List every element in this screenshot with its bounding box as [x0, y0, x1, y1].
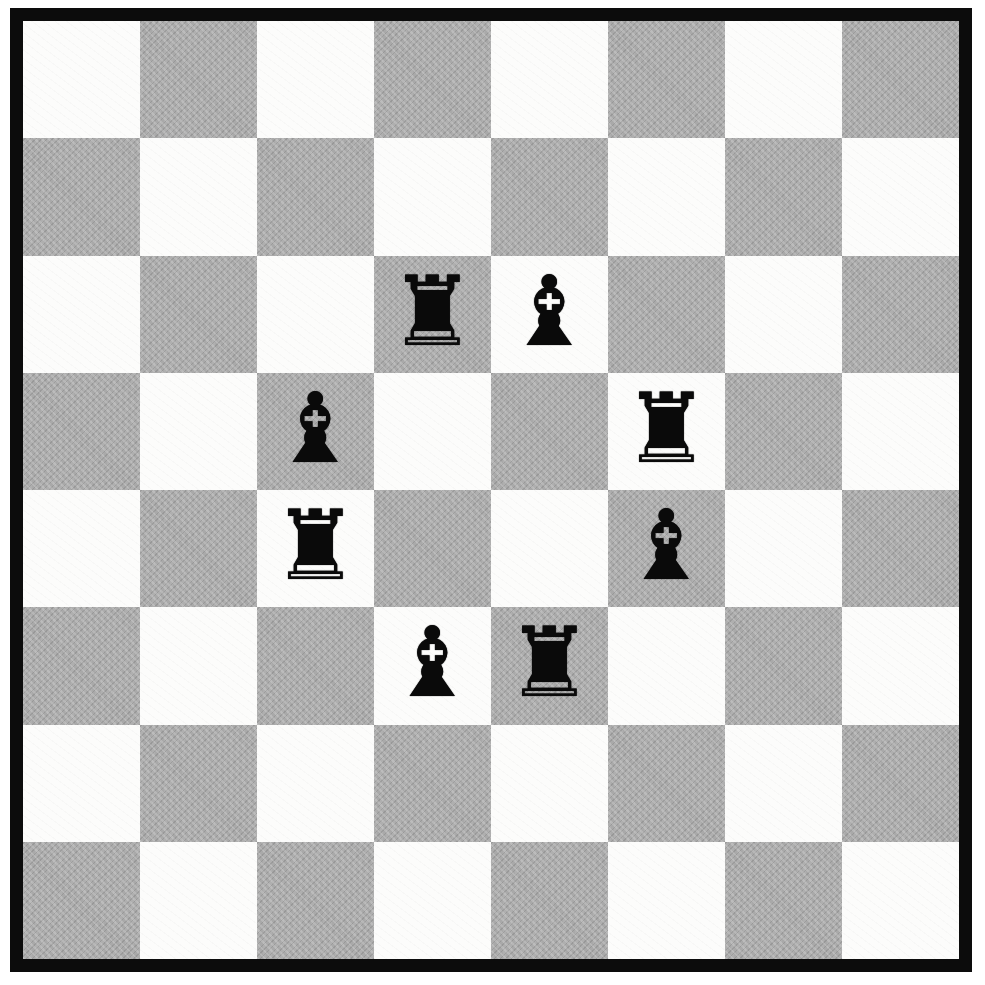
square-e4[interactable]	[491, 490, 608, 607]
black-bishop-c5: ♝	[272, 380, 359, 477]
square-d7[interactable]	[374, 138, 491, 255]
square-d3[interactable]: ♝	[374, 607, 491, 724]
square-a2[interactable]	[23, 725, 140, 842]
square-c8[interactable]	[257, 21, 374, 138]
square-h3[interactable]	[842, 607, 959, 724]
square-h2[interactable]	[842, 725, 959, 842]
black-rook-f5: ♜	[623, 380, 710, 477]
square-c6[interactable]	[257, 256, 374, 373]
square-c4[interactable]: ♜	[257, 490, 374, 607]
square-h1[interactable]	[842, 842, 959, 959]
square-f8[interactable]	[608, 21, 725, 138]
square-h5[interactable]	[842, 373, 959, 490]
square-g1[interactable]	[725, 842, 842, 959]
square-e7[interactable]	[491, 138, 608, 255]
black-rook-d6: ♜	[389, 263, 476, 360]
square-f7[interactable]	[608, 138, 725, 255]
square-c5[interactable]: ♝	[257, 373, 374, 490]
square-d8[interactable]	[374, 21, 491, 138]
square-b1[interactable]	[140, 842, 257, 959]
square-d6[interactable]: ♜	[374, 256, 491, 373]
black-bishop-f4: ♝	[623, 497, 710, 594]
square-g4[interactable]	[725, 490, 842, 607]
square-e5[interactable]	[491, 373, 608, 490]
square-f3[interactable]	[608, 607, 725, 724]
square-e3[interactable]: ♜	[491, 607, 608, 724]
square-g5[interactable]	[725, 373, 842, 490]
square-a6[interactable]	[23, 256, 140, 373]
black-bishop-e6: ♝	[506, 263, 593, 360]
square-c3[interactable]	[257, 607, 374, 724]
square-c2[interactable]	[257, 725, 374, 842]
square-h4[interactable]	[842, 490, 959, 607]
square-a5[interactable]	[23, 373, 140, 490]
square-h7[interactable]	[842, 138, 959, 255]
square-d2[interactable]	[374, 725, 491, 842]
square-f6[interactable]	[608, 256, 725, 373]
square-b3[interactable]	[140, 607, 257, 724]
square-b7[interactable]	[140, 138, 257, 255]
square-h8[interactable]	[842, 21, 959, 138]
square-a4[interactable]	[23, 490, 140, 607]
square-b4[interactable]	[140, 490, 257, 607]
square-b6[interactable]	[140, 256, 257, 373]
black-bishop-d3: ♝	[389, 614, 476, 711]
square-f5[interactable]: ♜	[608, 373, 725, 490]
square-e6[interactable]: ♝	[491, 256, 608, 373]
square-d4[interactable]	[374, 490, 491, 607]
chess-board: ♜♝♝♜♜♝♝♜	[10, 8, 972, 972]
square-d1[interactable]	[374, 842, 491, 959]
square-g2[interactable]	[725, 725, 842, 842]
square-e1[interactable]	[491, 842, 608, 959]
square-h6[interactable]	[842, 256, 959, 373]
square-f2[interactable]	[608, 725, 725, 842]
scanned-page: ♜♝♝♜♜♝♝♜	[0, 0, 985, 985]
square-c7[interactable]	[257, 138, 374, 255]
square-c1[interactable]	[257, 842, 374, 959]
square-e2[interactable]	[491, 725, 608, 842]
square-e8[interactable]	[491, 21, 608, 138]
black-rook-c4: ♜	[272, 497, 359, 594]
square-f1[interactable]	[608, 842, 725, 959]
square-f4[interactable]: ♝	[608, 490, 725, 607]
square-g8[interactable]	[725, 21, 842, 138]
square-a7[interactable]	[23, 138, 140, 255]
square-a1[interactable]	[23, 842, 140, 959]
square-b5[interactable]	[140, 373, 257, 490]
square-g3[interactable]	[725, 607, 842, 724]
square-d5[interactable]	[374, 373, 491, 490]
square-a3[interactable]	[23, 607, 140, 724]
square-a8[interactable]	[23, 21, 140, 138]
square-g7[interactable]	[725, 138, 842, 255]
square-b2[interactable]	[140, 725, 257, 842]
square-g6[interactable]	[725, 256, 842, 373]
black-rook-e3: ♜	[506, 614, 593, 711]
square-b8[interactable]	[140, 21, 257, 138]
